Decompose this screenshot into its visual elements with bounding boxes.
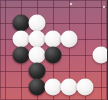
- black-stone: [45, 47, 62, 64]
- go-app-screenshot: [0, 0, 107, 100]
- white-stone: [61, 79, 78, 96]
- grid-line-horizontal: [0, 7, 107, 8]
- white-stone: [93, 47, 108, 64]
- white-stone: [29, 31, 46, 48]
- black-stone: [13, 47, 30, 64]
- go-board[interactable]: [0, 0, 107, 100]
- grid-line-horizontal: [0, 71, 107, 72]
- black-stone: [13, 15, 30, 32]
- black-stone: [29, 79, 46, 96]
- white-stone: [29, 47, 46, 64]
- sparkle-dot: [70, 3, 72, 5]
- white-stone: [45, 31, 62, 48]
- grid-line-vertical: [5, 0, 6, 100]
- white-stone: [77, 79, 94, 96]
- white-stone: [45, 79, 62, 96]
- white-stone: [29, 15, 46, 32]
- black-stone: [29, 63, 46, 80]
- white-stone: [61, 31, 78, 48]
- white-stone: [13, 31, 30, 48]
- sparkle-dot: [103, 6, 105, 8]
